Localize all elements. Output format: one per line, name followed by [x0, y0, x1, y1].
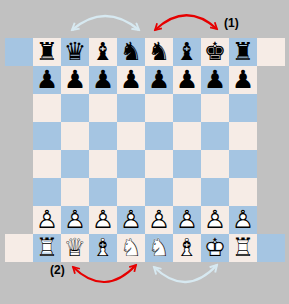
square: ♟: [201, 66, 229, 94]
square: [173, 150, 201, 178]
square: ♜♖: [33, 234, 61, 262]
square: ♛: [61, 38, 89, 66]
square: [257, 234, 285, 262]
square: [117, 94, 145, 122]
white-knight: ♘: [145, 234, 173, 262]
black-bishop: ♝: [89, 38, 117, 66]
white-pawn: ♙: [33, 206, 61, 234]
square: ♜♖: [229, 234, 257, 262]
white-bishop: ♗: [173, 234, 201, 262]
square: ♛♕: [61, 234, 89, 262]
square: [145, 150, 173, 178]
white-bishop: ♗: [89, 234, 117, 262]
square: [61, 178, 89, 206]
square: ♟♙: [89, 206, 117, 234]
off-board: [5, 150, 33, 178]
off-board: [257, 178, 285, 206]
black-pawn: ♟: [117, 66, 145, 94]
square: [33, 150, 61, 178]
square: [117, 150, 145, 178]
square: [145, 122, 173, 150]
square: ♝♗: [173, 234, 201, 262]
square: ♟: [61, 66, 89, 94]
square: [229, 94, 257, 122]
off-board: [5, 94, 33, 122]
square: [229, 150, 257, 178]
square: [33, 178, 61, 206]
square: ♝♗: [89, 234, 117, 262]
square: ♝: [173, 38, 201, 66]
off-board: [5, 122, 33, 150]
off-board: [257, 94, 285, 122]
square: ♟: [145, 66, 173, 94]
black-pawn: ♟: [61, 66, 89, 94]
swap-label-2: (2): [50, 263, 65, 277]
black-bishop: ♝: [173, 38, 201, 66]
square: [117, 122, 145, 150]
white-rook: ♖: [33, 234, 61, 262]
square: ♞♘: [145, 234, 173, 262]
off-board: [257, 150, 285, 178]
black-king: ♚: [201, 38, 229, 66]
square: ♟♙: [173, 206, 201, 234]
black-pawn: ♟: [201, 66, 229, 94]
square: [89, 150, 117, 178]
square: ♟♙: [201, 206, 229, 234]
black-knight: ♞: [117, 38, 145, 66]
off-board: [5, 66, 33, 94]
white-knight: ♘: [117, 234, 145, 262]
chess960-swap-diagram: (1) (2) ♜♛♝♞♞♝♚♜♟♟♟♟♟♟♟♟♟♙♟♙♟♙♟♙♟♙♟♙♟♙♟♙…: [0, 0, 289, 304]
swap-label-1: (1): [224, 16, 239, 30]
black-rook: ♜: [229, 38, 257, 66]
white-pawn: ♙: [89, 206, 117, 234]
square: [89, 122, 117, 150]
square: ♜: [33, 38, 61, 66]
square: ♟♙: [33, 206, 61, 234]
square: ♟: [89, 66, 117, 94]
square: [173, 122, 201, 150]
black-knight: ♞: [145, 38, 173, 66]
swap-arrow-bottom-pale-e1-g1: [154, 265, 217, 282]
white-queen: ♕: [61, 234, 89, 262]
square: ♞: [145, 38, 173, 66]
square: [33, 122, 61, 150]
off-board: [5, 206, 33, 234]
square: [89, 178, 117, 206]
square: ♞: [117, 38, 145, 66]
square: ♟: [117, 66, 145, 94]
square: [61, 122, 89, 150]
square: ♟♙: [61, 206, 89, 234]
white-pawn: ♙: [117, 206, 145, 234]
black-rook: ♜: [33, 38, 61, 66]
swap-arrow-top-red-e8-g8: [155, 15, 217, 30]
square: [5, 234, 33, 262]
square: ♚: [201, 38, 229, 66]
black-queen: ♛: [61, 38, 89, 66]
square: [61, 150, 89, 178]
white-pawn: ♙: [173, 206, 201, 234]
square: [61, 94, 89, 122]
swap-arrow-bottom-red-b1-d1: [73, 265, 136, 282]
black-pawn: ♟: [33, 66, 61, 94]
white-pawn: ♙: [229, 206, 257, 234]
square: [229, 178, 257, 206]
white-pawn: ♙: [145, 206, 173, 234]
square: [201, 94, 229, 122]
off-board: [257, 66, 285, 94]
swap-arrow-top-pale-b8-d8: [72, 16, 139, 30]
square: [145, 178, 173, 206]
square: [229, 122, 257, 150]
square: ♟♙: [145, 206, 173, 234]
off-board: [5, 178, 33, 206]
square: [173, 94, 201, 122]
black-pawn: ♟: [173, 66, 201, 94]
white-rook: ♖: [229, 234, 257, 262]
black-pawn: ♟: [229, 66, 257, 94]
white-pawn: ♙: [61, 206, 89, 234]
square: ♝: [89, 38, 117, 66]
square: ♟: [33, 66, 61, 94]
off-board: [257, 206, 285, 234]
square: [89, 94, 117, 122]
black-pawn: ♟: [89, 66, 117, 94]
square: [145, 94, 173, 122]
square: ♟♙: [117, 206, 145, 234]
square: [173, 178, 201, 206]
square: ♚♔: [201, 234, 229, 262]
square: [201, 150, 229, 178]
square: [5, 38, 33, 66]
square: ♜: [229, 38, 257, 66]
square: [201, 122, 229, 150]
square: ♟♙: [229, 206, 257, 234]
square: ♟: [173, 66, 201, 94]
square: ♟: [229, 66, 257, 94]
black-pawn: ♟: [145, 66, 173, 94]
chess-board: ♜♛♝♞♞♝♚♜♟♟♟♟♟♟♟♟♟♙♟♙♟♙♟♙♟♙♟♙♟♙♟♙♜♖♛♕♝♗♞♘…: [5, 38, 285, 262]
off-board: [257, 122, 285, 150]
square: [257, 38, 285, 66]
square: [33, 94, 61, 122]
square: ♞♘: [117, 234, 145, 262]
white-pawn: ♙: [201, 206, 229, 234]
square: [117, 178, 145, 206]
square: [201, 178, 229, 206]
white-king: ♔: [201, 234, 229, 262]
